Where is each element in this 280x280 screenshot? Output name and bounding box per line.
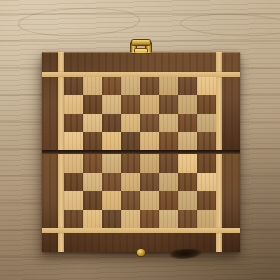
square-r2c4 (121, 95, 140, 113)
square-r7c6 (159, 191, 178, 210)
square-r2c5 (140, 95, 159, 113)
square-r6c7 (178, 173, 197, 192)
board-half-top (42, 52, 240, 150)
wood-table-surface (0, 0, 280, 280)
square-r5c6 (159, 154, 178, 173)
inlay-strip-vertical-right (216, 154, 222, 252)
square-r8c8 (197, 210, 216, 229)
square-r8c3 (102, 210, 121, 229)
square-r1c6 (159, 77, 178, 95)
square-r6c3 (102, 173, 121, 192)
square-r8c7 (178, 210, 197, 229)
square-r8c4 (121, 210, 140, 229)
square-r4c2 (83, 132, 102, 150)
square-r8c1 (64, 210, 83, 229)
wood-grain-swirl (18, 6, 141, 38)
square-r4c7 (178, 132, 197, 150)
square-r7c5 (140, 191, 159, 210)
square-r4c6 (159, 132, 178, 150)
square-r6c5 (140, 173, 159, 192)
square-r5c1 (64, 154, 83, 173)
square-r1c5 (140, 77, 159, 95)
chess-board-box (42, 52, 240, 252)
square-r1c2 (83, 77, 102, 95)
square-r4c5 (140, 132, 159, 150)
square-r1c4 (121, 77, 140, 95)
square-r3c4 (121, 114, 140, 132)
square-r5c3 (102, 154, 121, 173)
board-half-bottom (42, 154, 240, 252)
square-r4c1 (64, 132, 83, 150)
square-r7c2 (83, 191, 102, 210)
square-r2c6 (159, 95, 178, 113)
square-r4c3 (102, 132, 121, 150)
square-r3c1 (64, 114, 83, 132)
square-r2c2 (83, 95, 102, 113)
square-r3c5 (140, 114, 159, 132)
brass-pin (137, 249, 145, 256)
inlay-strip-horizontal-bottom (42, 228, 240, 233)
square-r2c1 (64, 95, 83, 113)
square-r8c6 (159, 210, 178, 229)
square-r2c8 (197, 95, 216, 113)
wood-grain-swirl (180, 12, 280, 38)
square-r1c8 (197, 77, 216, 95)
square-r5c8 (197, 154, 216, 173)
square-r4c8 (197, 132, 216, 150)
square-r8c2 (83, 210, 102, 229)
square-r3c8 (197, 114, 216, 132)
square-r7c7 (178, 191, 197, 210)
brass-clasp (130, 40, 152, 53)
square-r5c2 (83, 154, 102, 173)
square-r3c6 (159, 114, 178, 132)
clasp-bar (132, 40, 150, 45)
square-r4c4 (121, 132, 140, 150)
square-r7c1 (64, 191, 83, 210)
square-r6c2 (83, 173, 102, 192)
square-r5c7 (178, 154, 197, 173)
square-r2c7 (178, 95, 197, 113)
square-r1c1 (64, 77, 83, 95)
square-r5c5 (140, 154, 159, 173)
square-r3c2 (83, 114, 102, 132)
square-r6c6 (159, 173, 178, 192)
checkerboard-bottom-half (64, 154, 216, 228)
square-r8c5 (140, 210, 159, 229)
square-r3c7 (178, 114, 197, 132)
square-r7c4 (121, 191, 140, 210)
square-r6c8 (197, 173, 216, 192)
clasp-base (135, 49, 147, 53)
inlay-strip-vertical-right (216, 52, 222, 150)
square-r6c1 (64, 173, 83, 192)
square-r1c3 (102, 77, 121, 95)
square-r7c3 (102, 191, 121, 210)
checkerboard-top-half (64, 77, 216, 150)
square-r3c3 (102, 114, 121, 132)
square-r7c8 (197, 191, 216, 210)
square-r1c7 (178, 77, 197, 95)
square-r6c4 (121, 173, 140, 192)
square-r2c3 (102, 95, 121, 113)
square-r5c4 (121, 154, 140, 173)
